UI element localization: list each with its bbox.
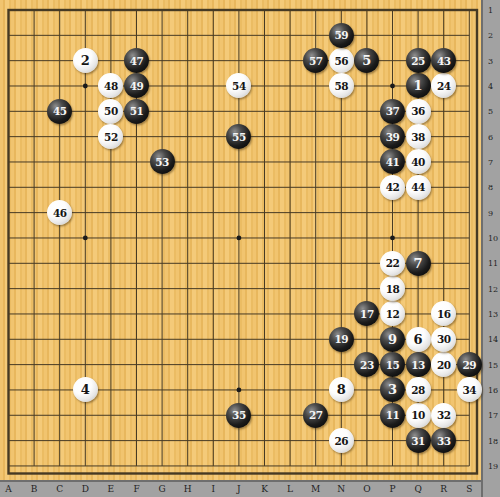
stone-black-11: 11 [380, 403, 405, 428]
stone-white-42: 42 [380, 175, 405, 200]
row-label-1: 1 [488, 6, 493, 15]
stone-white-18: 18 [380, 276, 405, 301]
stone-black-15: 15 [380, 352, 405, 377]
row-label-11: 11 [488, 259, 498, 268]
col-label-D: D [82, 484, 89, 494]
col-label-J: J [237, 484, 241, 494]
star-point [390, 84, 395, 89]
col-label-P: P [389, 484, 395, 494]
row-label-10: 10 [488, 233, 498, 242]
stone-white-32: 32 [431, 403, 456, 428]
star-point [237, 236, 242, 241]
stone-black-37: 37 [380, 99, 405, 124]
stone-black-7: 7 [406, 251, 431, 276]
star-point [237, 388, 242, 393]
col-label-Q: Q [414, 484, 421, 494]
stone-white-22: 22 [380, 251, 405, 276]
stone-white-30: 30 [431, 327, 456, 352]
row-label-19: 19 [488, 461, 498, 470]
col-label-N: N [337, 484, 345, 494]
col-label-L: L [287, 484, 293, 494]
row-label-13: 13 [488, 309, 498, 318]
stone-white-10: 10 [406, 403, 431, 428]
col-label-R: R [440, 484, 447, 494]
star-point [83, 236, 88, 241]
row-label-7: 7 [488, 157, 493, 166]
stone-black-31: 31 [406, 428, 431, 453]
stone-black-19: 19 [329, 327, 354, 352]
col-label-M: M [311, 484, 320, 494]
stone-black-29: 29 [457, 352, 482, 377]
col-label-A: A [5, 484, 12, 494]
goban: 1234567891011121315161718192022232425262… [0, 0, 481, 480]
stone-black-47: 47 [124, 48, 149, 73]
stone-black-59: 59 [329, 23, 354, 48]
stone-white-56: 56 [329, 48, 354, 73]
row-label-17: 17 [488, 411, 498, 420]
stone-white-28: 28 [406, 377, 431, 402]
stone-black-13: 13 [406, 352, 431, 377]
row-label-6: 6 [488, 132, 493, 141]
star-point [83, 84, 88, 89]
row-label-9: 9 [488, 208, 493, 217]
col-label-E: E [108, 484, 115, 494]
col-label-B: B [31, 484, 38, 494]
row-label-14: 14 [488, 335, 498, 344]
col-label-H: H [184, 484, 192, 494]
column-coordinate-gutter: ABCDEFGHIJKLMNOPQRS [0, 480, 481, 497]
row-label-16: 16 [488, 385, 498, 394]
row-label-2: 2 [488, 31, 493, 40]
stone-black-39: 39 [380, 124, 405, 149]
col-label-G: G [158, 484, 165, 494]
stone-white-38: 38 [406, 124, 431, 149]
col-label-O: O [363, 484, 370, 494]
col-label-C: C [56, 484, 63, 494]
row-coordinate-gutter: 12345678910111213141516171819 [481, 0, 500, 497]
row-label-8: 8 [488, 183, 493, 192]
go-board-diagram: 1234567891011121315161718192022232425262… [0, 0, 500, 497]
stone-black-9: 9 [380, 327, 405, 352]
stone-black-25: 25 [406, 48, 431, 73]
stone-white-36: 36 [406, 99, 431, 124]
star-point [390, 236, 395, 241]
col-label-F: F [133, 484, 139, 494]
stone-white-40: 40 [406, 149, 431, 174]
stone-white-6: 6 [406, 327, 431, 352]
col-label-S: S [466, 484, 472, 494]
stone-white-44: 44 [406, 175, 431, 200]
stone-black-53: 53 [150, 149, 175, 174]
row-label-15: 15 [488, 360, 498, 369]
row-label-18: 18 [488, 436, 498, 445]
col-label-K: K [261, 484, 268, 494]
stone-white-2: 2 [73, 48, 98, 73]
row-label-4: 4 [488, 81, 493, 90]
stone-black-35: 35 [226, 403, 251, 428]
row-label-12: 12 [488, 284, 498, 293]
stone-black-1: 1 [406, 73, 431, 98]
row-label-3: 3 [488, 56, 493, 65]
stone-black-51: 51 [124, 99, 149, 124]
stone-black-27: 27 [303, 403, 328, 428]
col-label-I: I [212, 484, 216, 494]
stone-black-45: 45 [47, 99, 72, 124]
row-label-5: 5 [488, 107, 493, 116]
stone-white-26: 26 [329, 428, 354, 453]
